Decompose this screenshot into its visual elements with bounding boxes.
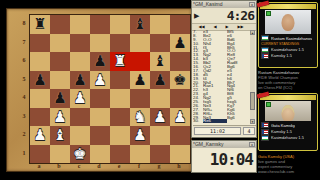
square-h6[interactable] xyxy=(170,52,190,71)
white-pawn-h3[interactable]: ♟ xyxy=(173,108,186,126)
move-window-footer: 11:02 4 xyxy=(193,125,256,136)
live-ribbon-icon xyxy=(257,92,270,99)
square-g1[interactable] xyxy=(150,145,170,164)
standing-text: Kamsky 1.5 xyxy=(271,129,292,134)
rank-label-6: 6 xyxy=(19,51,29,70)
black-rook-a8[interactable]: ♜ xyxy=(33,15,46,33)
move-list[interactable]: 7.e3Bf58.Be2e69.O-OBd610.Nh4Bg411.f3Bh51… xyxy=(193,30,251,124)
square-g5[interactable]: ♟ xyxy=(150,71,170,90)
square-d8[interactable] xyxy=(90,15,110,34)
webcam-icon xyxy=(266,102,271,107)
black-pawn-g5[interactable]: ♟ xyxy=(153,71,166,89)
standing-row: Kamsky 1.5 xyxy=(259,52,317,58)
black-bishop-g6[interactable]: ♝ xyxy=(153,52,166,70)
rank-label-7: 7 xyxy=(19,33,29,52)
square-h5[interactable]: ♚ xyxy=(170,71,190,90)
player-card-bottom: Gata Kamsky Kamsky 1.5 Kasimdzhanov 1.5 xyxy=(258,93,318,151)
square-g6[interactable]: ♝ xyxy=(150,52,170,71)
black-pawn-f5[interactable]: ♟ xyxy=(133,71,146,89)
clock-window-title: *GM_Kamsky xyxy=(193,141,224,148)
live-ribbon-icon xyxy=(257,1,270,8)
square-g8[interactable] xyxy=(150,15,170,34)
white-rook-e6[interactable]: ♜ xyxy=(113,52,126,70)
square-h3[interactable]: ♟ xyxy=(170,108,190,127)
white-bishop-b2[interactable]: ♝ xyxy=(53,126,66,144)
square-b2[interactable]: ♝ xyxy=(50,126,70,145)
standing-row: Kasimdzhanov 1.5 xyxy=(259,134,317,140)
webcam-photo-top xyxy=(265,10,311,34)
footer-status: 11:02 xyxy=(194,127,241,135)
move-window-titlebar: *GM_Kasimd x xyxy=(192,1,256,8)
uzbekistan-flag-icon xyxy=(261,35,269,41)
standing-text: Kasimdzhanov 1.5 xyxy=(271,135,304,140)
square-e3[interactable] xyxy=(110,108,130,127)
webcam-photo-bottom xyxy=(265,101,311,121)
black-pawn-c5[interactable]: ♟ xyxy=(73,71,86,89)
black-pawn-b4[interactable]: ♟ xyxy=(53,89,66,107)
rank-label-5: 5 xyxy=(19,70,29,89)
white-clock-window: *GM_Kamsky x 10:04 xyxy=(191,140,257,173)
square-g4[interactable] xyxy=(150,89,170,108)
caption-line: www.chessclub.com xyxy=(258,169,318,174)
square-f6[interactable] xyxy=(130,52,150,71)
chess-board[interactable]: ♜♝♟♟♜♝♟♟♟♟♟♚♟♟♟♞♟♟♟♝♟♚ xyxy=(29,14,191,164)
square-f3[interactable]: ♞ xyxy=(130,108,150,127)
white-pawn-g3[interactable]: ♟ xyxy=(153,108,166,126)
rank-label-2: 2 xyxy=(19,125,29,144)
footer-counter: 4 xyxy=(243,127,255,135)
caption-bottom: Gata Kamsky (USA) live games and expert … xyxy=(258,154,318,174)
usa-flag-icon xyxy=(261,53,269,59)
white-move[interactable]: Re6 xyxy=(203,119,227,123)
move-list-window: *GM_Kasimd x ▶ 4:26 ◀◀◀▶▶▶ 7.e3Bf58.Be2e… xyxy=(191,0,257,138)
square-c1[interactable]: ♚ xyxy=(70,145,90,164)
square-c3[interactable] xyxy=(70,108,90,127)
square-h7[interactable]: ♟ xyxy=(170,34,190,53)
move-list-scrollbar[interactable]: ▲ ▼ xyxy=(250,30,255,124)
white-pawn-d5[interactable]: ♟ xyxy=(93,71,106,89)
square-c2[interactable] xyxy=(70,126,90,145)
square-c6[interactable] xyxy=(70,52,90,71)
player-name: Rustam Kasimdzhanov xyxy=(271,36,312,41)
clock-window-titlebar: *GM_Kamsky x xyxy=(192,141,256,148)
webcam-icon xyxy=(266,11,271,16)
square-d4[interactable] xyxy=(90,89,110,108)
rank-label-3: 3 xyxy=(19,107,29,126)
caption-line: on Chess.FM (ICC) xyxy=(258,85,318,90)
close-icon[interactable]: x xyxy=(249,2,255,7)
square-a8[interactable]: ♜ xyxy=(30,15,50,34)
square-f7[interactable] xyxy=(130,34,150,53)
square-e4[interactable] xyxy=(110,89,130,108)
uzbekistan-flag-icon xyxy=(261,135,269,141)
square-b3[interactable]: ♟ xyxy=(50,108,70,127)
rank-label-8: 8 xyxy=(19,14,29,33)
square-c7[interactable] xyxy=(70,34,90,53)
square-f1[interactable] xyxy=(130,145,150,164)
square-d7[interactable] xyxy=(90,34,110,53)
square-a4[interactable] xyxy=(30,89,50,108)
standing-text: Kasimdzhanov 1.5 xyxy=(271,47,304,52)
player-face xyxy=(282,14,295,31)
black-pawn-d6[interactable]: ♟ xyxy=(93,52,106,70)
square-a6[interactable] xyxy=(30,52,50,71)
square-h2[interactable] xyxy=(170,126,190,145)
square-e5[interactable] xyxy=(110,71,130,90)
square-f8[interactable]: ♝ xyxy=(130,15,150,34)
white-knight-f3[interactable]: ♞ xyxy=(133,108,146,126)
square-f2[interactable]: ♟ xyxy=(130,126,150,145)
black-pawn-h7[interactable]: ♟ xyxy=(173,34,186,52)
card-header xyxy=(260,95,316,100)
square-b7[interactable] xyxy=(50,34,70,53)
scroll-down-icon[interactable]: ▼ xyxy=(250,119,255,124)
square-d1[interactable] xyxy=(90,145,110,164)
rank-labels: 87654321 xyxy=(19,14,29,162)
screen: 87654321 abcdefgh ♜♝♟♟♜♝♟♟♟♟♟♚♟♟♟♞♟♟♟♝♟♚… xyxy=(0,0,320,180)
white-pawn-b3[interactable]: ♟ xyxy=(53,108,66,126)
square-f4[interactable] xyxy=(130,89,150,108)
square-a3[interactable] xyxy=(30,108,50,127)
player-card-top: Rustam Kasimdzhanov CURRENT STANDINGS Ka… xyxy=(258,2,318,68)
scroll-up-icon[interactable]: ▲ xyxy=(250,30,255,35)
board-frame: 87654321 abcdefgh ♜♝♟♟♜♝♟♟♟♟♟♚♟♟♟♞♟♟♟♝♟♚ xyxy=(6,8,192,172)
white-pawn-f2[interactable]: ♟ xyxy=(133,126,146,144)
black-bishop-f8[interactable]: ♝ xyxy=(133,15,146,33)
square-d2[interactable] xyxy=(90,126,110,145)
move-row-30[interactable]: 30.Re6 xyxy=(193,119,251,123)
square-e7[interactable] xyxy=(110,34,130,53)
rank-label-1: 1 xyxy=(19,144,29,163)
black-king-h5[interactable]: ♚ xyxy=(173,71,186,89)
black-move[interactable]: Bg6 xyxy=(227,116,251,120)
white-clock: 10:04 xyxy=(210,150,253,169)
square-g7[interactable] xyxy=(150,34,170,53)
square-d6[interactable]: ♟ xyxy=(90,52,110,71)
square-e8[interactable] xyxy=(110,15,130,34)
standing-text: Kamsky 1.5 xyxy=(271,53,292,58)
usa-flag-icon xyxy=(261,122,269,128)
square-a1[interactable] xyxy=(30,145,50,164)
black-clock-row: ▶ 4:26 xyxy=(192,8,256,24)
move-window-title: *GM_Kasimd xyxy=(193,1,222,8)
square-b6[interactable] xyxy=(50,52,70,71)
play-icon[interactable]: ▶ xyxy=(194,8,199,23)
square-g2[interactable] xyxy=(150,126,170,145)
square-f5[interactable]: ♟ xyxy=(130,71,150,90)
square-c8[interactable] xyxy=(70,15,90,34)
player-name: Gata Kamsky xyxy=(271,123,295,128)
square-a2[interactable]: ♟ xyxy=(30,126,50,145)
square-e6[interactable]: ♜ xyxy=(110,52,130,71)
scrollbar-thumb[interactable] xyxy=(250,92,255,110)
square-b1[interactable] xyxy=(50,145,70,164)
player-face xyxy=(282,105,295,121)
square-b4[interactable]: ♟ xyxy=(50,89,70,108)
white-pawn-c4[interactable]: ♟ xyxy=(73,89,86,107)
square-e2[interactable] xyxy=(110,126,130,145)
move-number: 30. xyxy=(193,119,203,123)
square-h1[interactable] xyxy=(170,145,190,164)
square-h8[interactable] xyxy=(170,15,190,34)
white-pawn-a2[interactable]: ♟ xyxy=(33,126,46,144)
square-c5[interactable]: ♟ xyxy=(70,71,90,90)
player-name-row: Rustam Kasimdzhanov xyxy=(259,34,317,41)
player-name-row: Gata Kamsky xyxy=(259,121,317,128)
square-d3[interactable] xyxy=(90,108,110,127)
card-header xyxy=(260,4,316,9)
square-b8[interactable] xyxy=(50,15,70,34)
square-h4[interactable] xyxy=(170,89,190,108)
square-a5[interactable]: ♟ xyxy=(30,71,50,90)
square-c4[interactable]: ♟ xyxy=(70,89,90,108)
rank-label-4: 4 xyxy=(19,88,29,107)
square-g3[interactable]: ♟ xyxy=(150,108,170,127)
black-clock: 4:26 xyxy=(227,8,254,23)
square-e1[interactable] xyxy=(110,145,130,164)
caption-top: Rustam Kasimdzhanov FIDE World Champion … xyxy=(258,70,318,90)
black-pawn-a5[interactable]: ♟ xyxy=(33,71,46,89)
square-d5[interactable]: ♟ xyxy=(90,71,110,90)
square-b5[interactable] xyxy=(50,71,70,90)
square-a7[interactable] xyxy=(30,34,50,53)
close-icon[interactable]: x xyxy=(249,142,255,147)
white-king-c1[interactable]: ♚ xyxy=(73,145,86,163)
